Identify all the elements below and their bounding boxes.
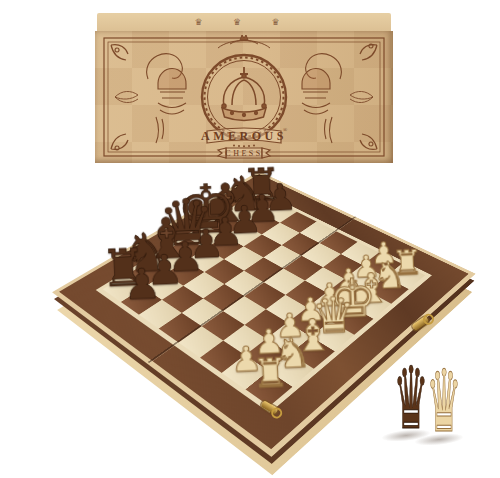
box-lid: ♛ ♛ ♛	[97, 13, 391, 32]
spare-queen-light[interactable]: ♛	[425, 363, 464, 440]
board-scene: ♜♞♝♛♚♝♞♜♟♟♟♟♟♟♟♟♟♟♟♟♟♟♟♟♜♞♝♛♚♝♞♜	[108, 127, 421, 440]
piece-white-rook[interactable]: ♜	[252, 355, 289, 390]
knight-helmet-left-icon	[147, 54, 186, 143]
product-photo: ♛ ♛ ♛	[0, 0, 500, 478]
piece-black-pawn[interactable]: ♟	[123, 266, 162, 303]
crest-icon	[218, 35, 270, 48]
crown-icon	[222, 67, 266, 121]
edge-spray-icon	[115, 91, 373, 102]
